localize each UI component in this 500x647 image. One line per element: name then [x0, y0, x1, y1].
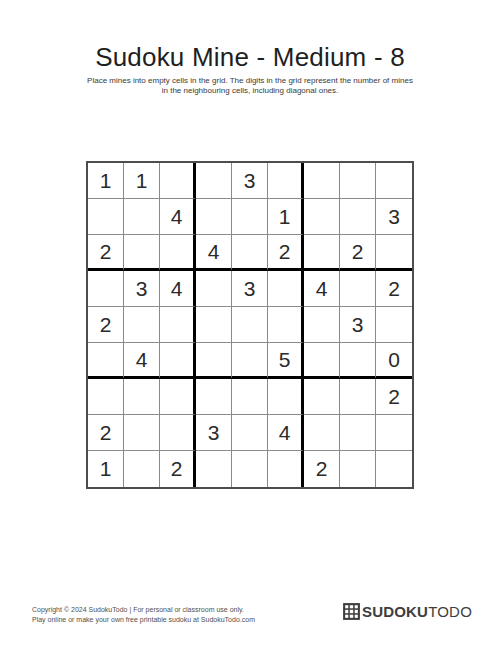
cell-r9c8[interactable]: [340, 451, 376, 487]
cell-r7c9[interactable]: 2: [376, 379, 412, 415]
cell-r1c8[interactable]: [340, 163, 376, 199]
cell-r6c2[interactable]: 4: [124, 343, 160, 379]
cell-r9c3[interactable]: 2: [160, 451, 196, 487]
logo-text-light: TODO: [428, 603, 472, 620]
cell-r9c5[interactable]: [232, 451, 268, 487]
cell-r7c4[interactable]: [196, 379, 232, 415]
cell-r8c1[interactable]: 2: [88, 415, 124, 451]
cell-r3c5[interactable]: [232, 235, 268, 271]
cell-r4c1[interactable]: [88, 271, 124, 307]
sudokutodo-logo: SUDOKUTODO: [343, 603, 472, 620]
footer-line-1: Copyright © 2024 SudokuTodo | For person…: [32, 605, 255, 615]
cell-r7c7[interactable]: [304, 379, 340, 415]
cell-r1c4[interactable]: [196, 163, 232, 199]
cell-r3c8[interactable]: 2: [340, 235, 376, 271]
cell-r1c6[interactable]: [268, 163, 304, 199]
cell-r3c3[interactable]: [160, 235, 196, 271]
cell-r8c3[interactable]: [160, 415, 196, 451]
instructions-line-2: in the neighbouring cells, including dia…: [0, 86, 500, 96]
cell-r6c5[interactable]: [232, 343, 268, 379]
cell-r2c6[interactable]: 1: [268, 199, 304, 235]
cell-r8c8[interactable]: [340, 415, 376, 451]
cell-r5c7[interactable]: [304, 307, 340, 343]
sudoku-grid-icon: [343, 603, 360, 620]
cell-r1c9[interactable]: [376, 163, 412, 199]
cell-r4c9[interactable]: 2: [376, 271, 412, 307]
cell-r1c3[interactable]: [160, 163, 196, 199]
cell-r1c7[interactable]: [304, 163, 340, 199]
cell-r7c6[interactable]: [268, 379, 304, 415]
cell-r7c1[interactable]: [88, 379, 124, 415]
cell-r8c6[interactable]: 4: [268, 415, 304, 451]
cell-r8c2[interactable]: [124, 415, 160, 451]
cell-r8c7[interactable]: [304, 415, 340, 451]
cell-r4c5[interactable]: 3: [232, 271, 268, 307]
cell-r5c8[interactable]: 3: [340, 307, 376, 343]
cell-r6c6[interactable]: 5: [268, 343, 304, 379]
cell-r7c5[interactable]: [232, 379, 268, 415]
cell-r6c1[interactable]: [88, 343, 124, 379]
cell-r3c9[interactable]: [376, 235, 412, 271]
board: 113413242234342234502234122: [86, 161, 414, 489]
instructions: Place mines into empty cells in the grid…: [0, 76, 500, 96]
cell-r2c2[interactable]: [124, 199, 160, 235]
cell-r6c3[interactable]: [160, 343, 196, 379]
cell-r6c9[interactable]: 0: [376, 343, 412, 379]
cell-r9c9[interactable]: [376, 451, 412, 487]
cell-r5c4[interactable]: [196, 307, 232, 343]
cell-r3c1[interactable]: 2: [88, 235, 124, 271]
cell-r2c1[interactable]: [88, 199, 124, 235]
logo-text: SUDOKUTODO: [362, 603, 472, 620]
footer-copyright: Copyright © 2024 SudokuTodo | For person…: [32, 605, 255, 625]
cell-r4c7[interactable]: 4: [304, 271, 340, 307]
cell-r2c8[interactable]: [340, 199, 376, 235]
instructions-line-1: Place mines into empty cells in the grid…: [0, 76, 500, 86]
cell-r8c5[interactable]: [232, 415, 268, 451]
cell-r4c2[interactable]: 3: [124, 271, 160, 307]
cell-r5c2[interactable]: [124, 307, 160, 343]
cell-r5c5[interactable]: [232, 307, 268, 343]
cell-r3c6[interactable]: 2: [268, 235, 304, 271]
cell-r1c2[interactable]: 1: [124, 163, 160, 199]
cell-r8c9[interactable]: [376, 415, 412, 451]
cell-r5c3[interactable]: [160, 307, 196, 343]
cell-r7c3[interactable]: [160, 379, 196, 415]
page-title: Sudoku Mine - Medium - 8: [0, 42, 500, 72]
cell-r9c7[interactable]: 2: [304, 451, 340, 487]
cell-r3c7[interactable]: [304, 235, 340, 271]
cell-r4c6[interactable]: [268, 271, 304, 307]
cell-r2c7[interactable]: [304, 199, 340, 235]
logo-text-bold: SUDOKU: [362, 603, 428, 620]
cell-r3c2[interactable]: [124, 235, 160, 271]
cell-r5c1[interactable]: 2: [88, 307, 124, 343]
cell-r4c8[interactable]: [340, 271, 376, 307]
cell-r2c4[interactable]: [196, 199, 232, 235]
cell-r6c8[interactable]: [340, 343, 376, 379]
cell-r9c1[interactable]: 1: [88, 451, 124, 487]
cell-r5c9[interactable]: [376, 307, 412, 343]
cell-r6c4[interactable]: [196, 343, 232, 379]
cell-r5c6[interactable]: [268, 307, 304, 343]
cell-r4c3[interactable]: 4: [160, 271, 196, 307]
footer-line-2: Play online or make your own free printa…: [32, 615, 255, 625]
cell-r2c9[interactable]: 3: [376, 199, 412, 235]
cell-r7c2[interactable]: [124, 379, 160, 415]
cell-r4c4[interactable]: [196, 271, 232, 307]
cell-r1c1[interactable]: 1: [88, 163, 124, 199]
cell-r7c8[interactable]: [340, 379, 376, 415]
cell-r9c2[interactable]: [124, 451, 160, 487]
cell-r9c6[interactable]: [268, 451, 304, 487]
cell-r2c5[interactable]: [232, 199, 268, 235]
cell-r2c3[interactable]: 4: [160, 199, 196, 235]
puzzle-page: Sudoku Mine - Medium - 8 Place mines int…: [0, 0, 500, 647]
cell-r3c4[interactable]: 4: [196, 235, 232, 271]
cell-r8c4[interactable]: 3: [196, 415, 232, 451]
cell-r1c5[interactable]: 3: [232, 163, 268, 199]
cell-r9c4[interactable]: [196, 451, 232, 487]
cell-r6c7[interactable]: [304, 343, 340, 379]
